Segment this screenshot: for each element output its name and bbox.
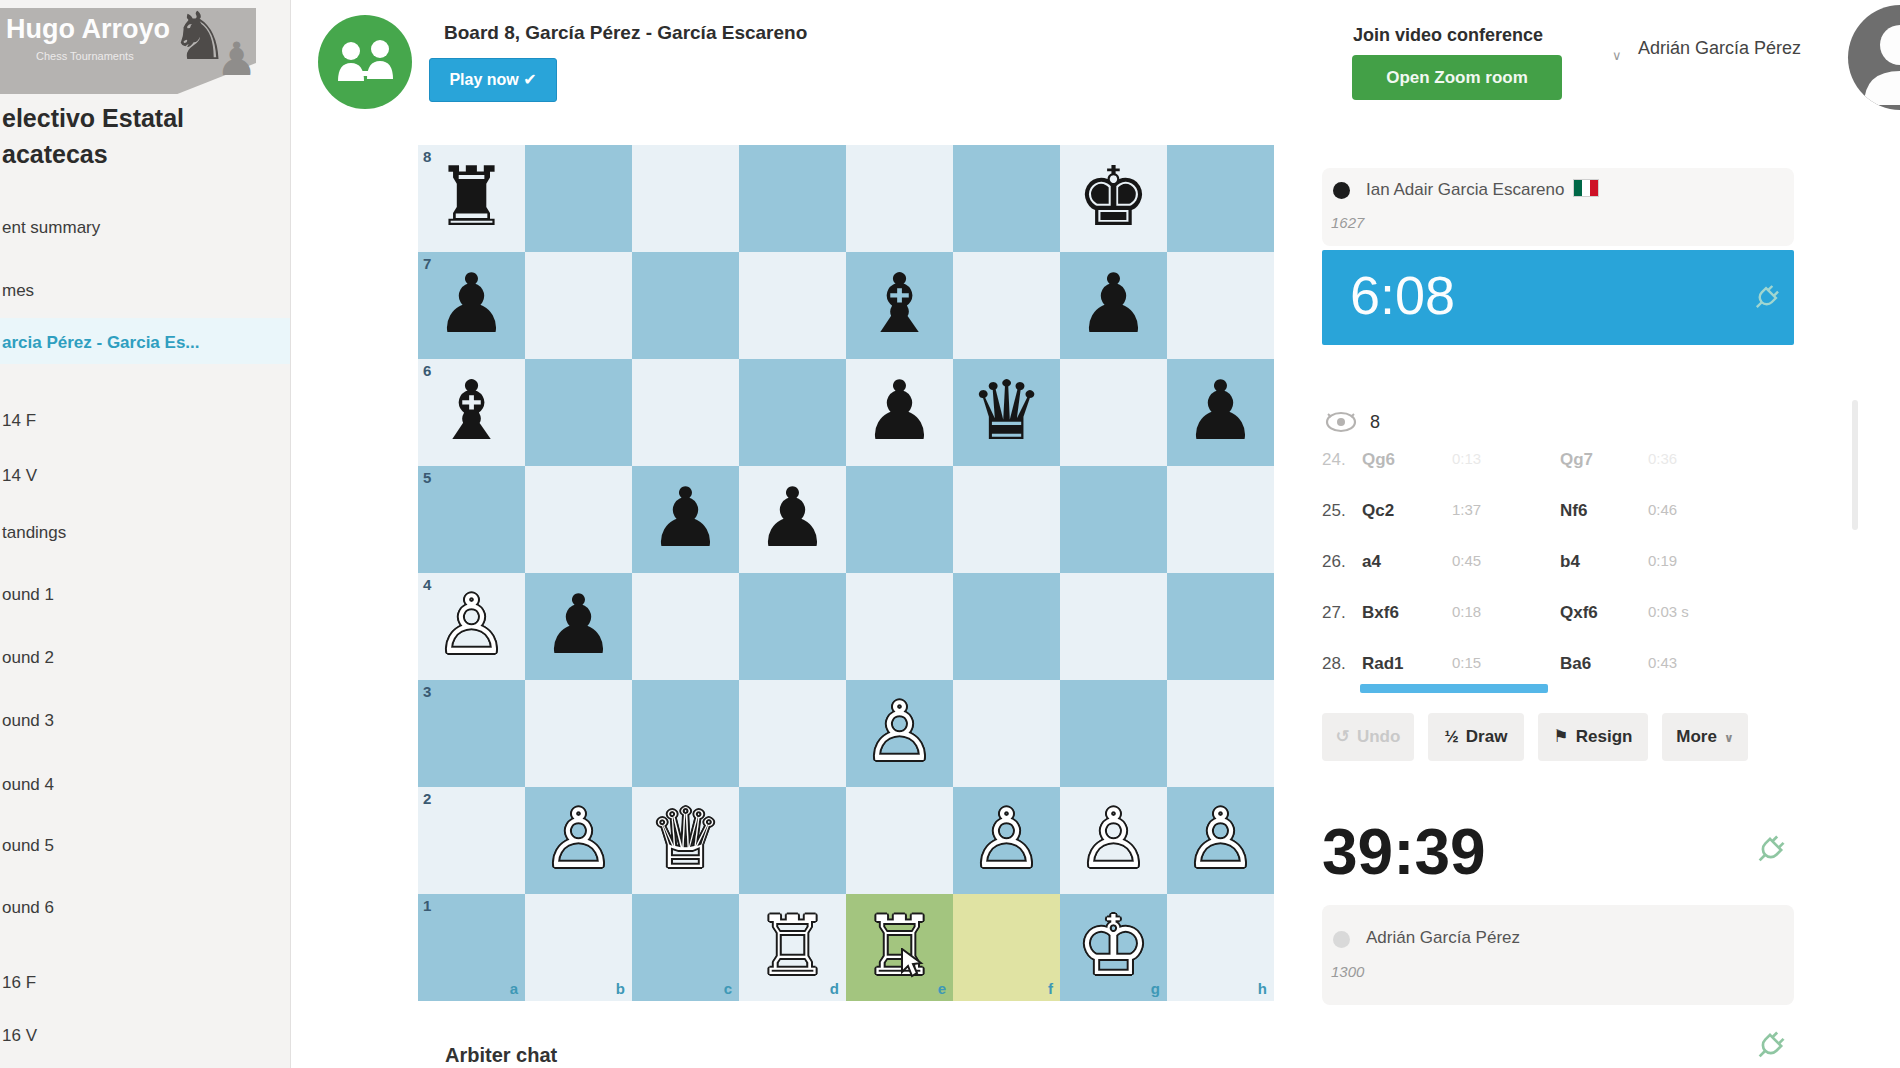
piece-bp-b4[interactable]: ♟ [525, 573, 632, 680]
square-e2[interactable] [846, 787, 953, 894]
file-label-e: e [938, 980, 946, 997]
white-clock-time: 39:39 [1322, 815, 1486, 889]
open-zoom-room-button[interactable]: Open Zoom room [1352, 55, 1562, 100]
move-row-24[interactable]: 24.Qg60:13Qg70:36 [1322, 450, 1794, 472]
sidebar-item-round-4[interactable]: ound 4 [2, 775, 54, 795]
sidebar-item-16v[interactable]: 16 V [2, 1026, 37, 1046]
square-d3[interactable] [739, 680, 846, 787]
square-g7[interactable]: ♟ [1060, 252, 1167, 359]
square-c6[interactable] [632, 359, 739, 466]
piece-bp-a7[interactable]: ♟ [418, 252, 525, 359]
piece-wp-h2[interactable]: ♙ [1167, 787, 1274, 894]
square-b2[interactable]: ♙ [525, 787, 632, 894]
square-g5[interactable] [1060, 466, 1167, 573]
black-move-time: 0:46 [1648, 501, 1677, 518]
black-player-name: Ian Adair Garcia Escareno [1366, 179, 1599, 200]
black-move[interactable]: Qg7 [1560, 450, 1593, 470]
square-h7[interactable] [1167, 252, 1274, 359]
square-a1[interactable]: 1a [418, 894, 525, 1001]
black-connection-plug-icon [1750, 282, 1782, 314]
rank-label-8: 8 [423, 148, 431, 165]
sidebar-item-14f[interactable]: 14 F [2, 411, 36, 431]
square-f6[interactable]: ♛ [953, 359, 1060, 466]
chevron-down-icon: ∨ [1724, 731, 1734, 745]
square-d6[interactable] [739, 359, 846, 466]
draw-button[interactable]: ½Draw [1428, 713, 1524, 761]
sidebar-item-games[interactable]: mes [2, 281, 34, 301]
rank-label-3: 3 [423, 683, 431, 700]
piece-wp-f2[interactable]: ♙ [953, 787, 1060, 894]
arbiter-chat-heading: Arbiter chat [445, 1044, 557, 1067]
sidebar-item-round-6[interactable]: ound 6 [2, 898, 54, 918]
undo-icon: ↺ [1336, 727, 1350, 746]
file-label-g: g [1151, 980, 1160, 997]
rank-label-6: 6 [423, 362, 431, 379]
square-e7[interactable]: ♝ [846, 252, 953, 359]
black-player-card: Ian Adair Garcia Escareno 1627 [1322, 168, 1794, 246]
black-move-time: 0:43 [1648, 654, 1677, 671]
resign-button[interactable]: ⚑Resign [1538, 713, 1648, 761]
logo-subtitle: Chess Tournaments [36, 50, 134, 62]
mexico-flag-icon [1573, 179, 1599, 197]
chat-connection-plug-icon [1752, 1028, 1788, 1064]
square-d1[interactable]: ♖d [739, 894, 846, 1001]
square-f4[interactable] [953, 573, 1060, 680]
square-e6[interactable]: ♟ [846, 359, 953, 466]
black-move[interactable]: Nf6 [1560, 501, 1587, 521]
square-f3[interactable] [953, 680, 1060, 787]
sidebar-item-round-2[interactable]: ound 2 [2, 648, 54, 668]
piece-bk-g8[interactable]: ♚ [1060, 145, 1167, 252]
white-move-time: 0:13 [1452, 450, 1481, 467]
square-d5[interactable]: ♟ [739, 466, 846, 573]
rank-label-5: 5 [423, 469, 431, 486]
square-h3[interactable] [1167, 680, 1274, 787]
piece-bp-h6[interactable]: ♟ [1167, 359, 1274, 466]
square-h4[interactable] [1167, 573, 1274, 680]
square-f5[interactable] [953, 466, 1060, 573]
square-h8[interactable] [1167, 145, 1274, 252]
piece-bp-g7[interactable]: ♟ [1060, 252, 1167, 359]
square-a3[interactable]: 3 [418, 680, 525, 787]
piece-wp-b2[interactable]: ♙ [525, 787, 632, 894]
move-row-28[interactable]: 28.Rad10:15Ba60:43 [1322, 654, 1794, 676]
square-e4[interactable] [846, 573, 953, 680]
piece-bb-a6[interactable]: ♝ [418, 359, 525, 466]
move-number: 26. [1322, 552, 1346, 572]
resign-flag-icon: ⚑ [1554, 727, 1569, 746]
square-e3[interactable]: ♙ [846, 680, 953, 787]
play-now-button[interactable]: Play now ✔ [429, 58, 557, 102]
piece-wp-e3[interactable]: ♙ [846, 680, 953, 787]
square-d8[interactable] [739, 145, 846, 252]
piece-br-a8[interactable]: ♜ [418, 145, 525, 252]
move-number: 28. [1322, 654, 1346, 674]
user-avatar[interactable] [1848, 5, 1900, 110]
file-label-h: h [1258, 980, 1267, 997]
black-move[interactable]: Qxf6 [1560, 603, 1598, 623]
white-connection-plug-icon [1752, 832, 1788, 868]
spectator-counter: 8 [1322, 408, 1360, 438]
join-video-label: Join video conference [1353, 25, 1543, 46]
white-move-time: 0:15 [1452, 654, 1481, 671]
square-d7[interactable] [739, 252, 846, 359]
event-title: electivo Estatal acatecas [2, 100, 184, 172]
white-move[interactable]: Bxf6 [1362, 603, 1399, 623]
black-move-time: 0:19 [1648, 552, 1677, 569]
square-c2[interactable]: ♕ [632, 787, 739, 894]
square-g4[interactable] [1060, 573, 1167, 680]
black-move-time: 0:36 [1648, 450, 1677, 467]
sidebar-item-standings[interactable]: tandings [2, 523, 66, 543]
square-a6[interactable]: ♝6 [418, 359, 525, 466]
square-c3[interactable] [632, 680, 739, 787]
rank-label-7: 7 [423, 255, 431, 272]
square-f8[interactable] [953, 145, 1060, 252]
sidebar-item-round-5[interactable]: ound 5 [2, 836, 54, 856]
square-c7[interactable] [632, 252, 739, 359]
white-move[interactable]: Rad1 [1362, 654, 1404, 674]
half-point-icon: ½ [1445, 727, 1459, 746]
piece-bp-c5[interactable]: ♟ [632, 466, 739, 573]
move-row-25[interactable]: 25.Qc21:37Nf60:46 [1322, 501, 1794, 523]
file-label-a: a [510, 980, 518, 997]
square-f1[interactable]: f [953, 894, 1060, 1001]
square-b4[interactable]: ♟ [525, 573, 632, 680]
square-b1[interactable]: b [525, 894, 632, 1001]
white-player-name: Adrián García Pérez [1366, 928, 1520, 948]
square-e8[interactable] [846, 145, 953, 252]
move-list[interactable]: 24.Qg60:13Qg70:3625.Qc21:37Nf60:4626.a40… [1322, 438, 1794, 688]
logo-pawn-icon: ♟ [216, 36, 257, 82]
white-player-rating: 1300 [1331, 963, 1364, 980]
square-b3[interactable] [525, 680, 632, 787]
move-list-scrollbar[interactable] [1360, 684, 1548, 693]
black-player-rating: 1627 [1331, 214, 1364, 231]
move-number: 24. [1322, 450, 1346, 470]
eye-icon [1322, 408, 1360, 434]
game-status-icon [318, 15, 412, 109]
white-move-time: 0:45 [1452, 552, 1481, 569]
piece-bp-e6[interactable]: ♟ [846, 359, 953, 466]
square-a2[interactable]: 2 [418, 787, 525, 894]
file-label-b: b [616, 980, 625, 997]
piece-bp-d5[interactable]: ♟ [739, 466, 846, 573]
square-g8[interactable]: ♚ [1060, 145, 1167, 252]
sidebar-item-14v[interactable]: 14 V [2, 466, 37, 486]
chess-board[interactable]: ♜8♚♟7♝♟♝6♟♛♟5♟♟♙4♟3♙2♙♕♙♙♙1abc♖d♖ef♔gh [418, 145, 1274, 1001]
square-a7[interactable]: ♟7 [418, 252, 525, 359]
square-h2[interactable]: ♙ [1167, 787, 1274, 894]
move-row-27[interactable]: 27.Bxf60:18Qxf60:03 s [1322, 603, 1794, 625]
sidebar-item-round-3[interactable]: ound 3 [2, 711, 54, 731]
sidebar-item-current-game[interactable]: arcia Pérez - Garcia Es... [2, 333, 200, 353]
black-move[interactable]: b4 [1560, 552, 1580, 572]
square-b5[interactable] [525, 466, 632, 573]
square-c4[interactable] [632, 573, 739, 680]
square-b8[interactable] [525, 145, 632, 252]
mouse-cursor [900, 948, 926, 982]
square-g1[interactable]: ♔g [1060, 894, 1167, 1001]
rank-label-4: 4 [423, 576, 431, 593]
white-move[interactable]: Qc2 [1362, 501, 1394, 521]
square-a5[interactable]: 5 [418, 466, 525, 573]
white-player-card: Adrián García Pérez 1300 [1322, 905, 1794, 1005]
piece-wp-a4[interactable]: ♙ [418, 573, 525, 680]
black-player-color-dot [1333, 182, 1350, 199]
piece-bq-f6[interactable]: ♛ [953, 359, 1060, 466]
sidebar-item-16f[interactable]: 16 F [2, 973, 36, 993]
black-move-time: 0:03 s [1648, 603, 1689, 620]
square-g2[interactable]: ♙ [1060, 787, 1167, 894]
user-menu-name[interactable]: Adrián García Pérez [1638, 38, 1801, 59]
more-button[interactable]: More∨ [1662, 713, 1748, 761]
app-root: Hugo Arroyo Chess Tournaments ♞ ♟ electi… [0, 0, 1900, 1068]
file-label-d: d [830, 980, 839, 997]
square-h5[interactable] [1167, 466, 1274, 573]
square-c5[interactable]: ♟ [632, 466, 739, 573]
black-clock: 6:08 [1322, 250, 1794, 345]
square-c8[interactable] [632, 145, 739, 252]
square-f7[interactable] [953, 252, 1060, 359]
sidebar: Hugo Arroyo Chess Tournaments ♞ ♟ electi… [0, 0, 291, 1068]
sidebar-item-round-1[interactable]: ound 1 [2, 585, 54, 605]
square-e5[interactable] [846, 466, 953, 573]
page-title: Board 8, García Pérez - García Escareno [444, 22, 807, 44]
square-b6[interactable] [525, 359, 632, 466]
rank-label-1: 1 [423, 897, 431, 914]
black-clock-time: 6:08 [1350, 264, 1455, 326]
square-h1[interactable]: h [1167, 894, 1274, 1001]
square-d4[interactable] [739, 573, 846, 680]
move-list-vertical-scrollbar[interactable] [1852, 400, 1858, 530]
rank-label-2: 2 [423, 790, 431, 807]
white-move[interactable]: Qg6 [1362, 450, 1395, 470]
square-a4[interactable]: ♙4 [418, 573, 525, 680]
sidebar-item-event-summary[interactable]: ent summary [2, 218, 100, 238]
square-d2[interactable] [739, 787, 846, 894]
user-menu-chevron-icon[interactable]: ∨ [1612, 48, 1622, 63]
piece-wp-g2[interactable]: ♙ [1060, 787, 1167, 894]
move-number: 27. [1322, 603, 1346, 623]
white-move-time: 0:18 [1452, 603, 1481, 620]
white-move[interactable]: a4 [1362, 552, 1381, 572]
move-number: 25. [1322, 501, 1346, 521]
white-move-time: 1:37 [1452, 501, 1481, 518]
logo-title[interactable]: Hugo Arroyo [6, 14, 170, 45]
move-row-26[interactable]: 26.a40:45b40:19 [1322, 552, 1794, 574]
file-label-f: f [1048, 980, 1053, 997]
spectator-count: 8 [1370, 412, 1380, 433]
white-player-color-dot [1333, 931, 1350, 948]
square-g6[interactable] [1060, 359, 1167, 466]
square-c1[interactable]: c [632, 894, 739, 1001]
piece-bb-e7[interactable]: ♝ [846, 252, 953, 359]
square-h6[interactable]: ♟ [1167, 359, 1274, 466]
piece-wq-c2[interactable]: ♕ [632, 787, 739, 894]
file-label-c: c [724, 980, 732, 997]
square-a8[interactable]: ♜8 [418, 145, 525, 252]
square-g3[interactable] [1060, 680, 1167, 787]
black-move[interactable]: Ba6 [1560, 654, 1591, 674]
undo-button[interactable]: ↺Undo [1322, 713, 1414, 761]
square-b7[interactable] [525, 252, 632, 359]
square-f2[interactable]: ♙ [953, 787, 1060, 894]
